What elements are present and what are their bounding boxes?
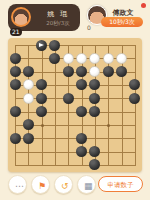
left-player-name: 姚 琨 (38, 9, 78, 19)
black-stone (63, 93, 74, 104)
bottom-toolbar: ⋯ ⚑ ↺ ▦ 申请数子 (0, 172, 150, 200)
black-stone (36, 93, 47, 104)
black-stone (103, 66, 114, 77)
black-stone (10, 106, 21, 117)
white-stone (103, 53, 114, 64)
left-player-timer: 20秒/3次 (38, 20, 78, 27)
pass-undo-button[interactable]: ↺ (54, 175, 73, 194)
black-stone (63, 66, 74, 77)
right-player-timer-pill: 10秒/3次 (101, 17, 143, 27)
right-captures-badge: 0 (84, 24, 94, 32)
black-stone (23, 133, 34, 144)
black-stone (23, 66, 34, 77)
left-player-avatar[interactable] (11, 7, 31, 27)
black-stone (129, 93, 140, 104)
left-captures-badge: 21 (10, 28, 22, 36)
black-stone (10, 53, 21, 64)
black-stone (89, 159, 100, 170)
white-stone (63, 53, 74, 64)
left-player-card: 21 姚 琨 20秒/3次 (8, 4, 80, 31)
black-stone (10, 133, 21, 144)
request-count-button[interactable]: 申请数子 (98, 176, 143, 192)
resign-flag-button[interactable]: ⚑ (31, 175, 50, 194)
black-stone (76, 133, 87, 144)
hoshi-point (41, 124, 44, 127)
black-stone (49, 40, 60, 51)
white-stone (23, 93, 34, 104)
black-stone (10, 66, 21, 77)
last-move-marker (39, 43, 44, 47)
black-stone (129, 79, 140, 90)
notification-dot (141, 3, 146, 8)
white-stone (76, 53, 87, 64)
player-bar: 21 姚 琨 20秒/3次 0 傅政文 10秒/3次 (0, 0, 150, 38)
black-stone (10, 79, 21, 90)
go-board[interactable] (8, 38, 142, 172)
count-board-button[interactable]: ▦ (77, 175, 96, 194)
white-stone (116, 53, 127, 64)
black-stone (36, 40, 47, 51)
more-button[interactable]: ⋯ (8, 175, 27, 194)
